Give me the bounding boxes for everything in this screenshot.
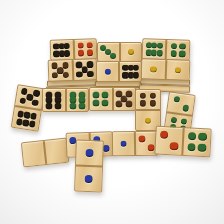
pip: [187, 143, 196, 152]
pip: [173, 96, 180, 103]
pip: [150, 66, 157, 73]
pip: [120, 140, 127, 147]
domino-tile-chain-left-vertical[interactable]: [11, 84, 46, 132]
domino-tile-stack2-top[interactable]: [97, 42, 142, 62]
pip: [170, 116, 177, 123]
pip: [55, 102, 62, 109]
pip: [156, 42, 163, 49]
pip: [28, 120, 36, 128]
domino-half-0-pips: [45, 139, 68, 164]
pip: [78, 102, 85, 109]
pip: [86, 42, 93, 49]
domino-half-1-pips: [142, 59, 167, 79]
pip: [46, 102, 53, 109]
domino-half-4-pips: [183, 128, 210, 156]
pip: [64, 43, 71, 50]
pip: [139, 135, 146, 142]
pip: [182, 105, 189, 112]
domino-tile-stack1-second[interactable]: [48, 58, 98, 82]
pip: [33, 90, 41, 98]
pip: [93, 100, 100, 107]
pip: [197, 143, 206, 152]
pip: [87, 71, 94, 78]
domino-half-6-pips: [43, 89, 67, 111]
pip: [78, 42, 85, 49]
pip: [78, 50, 85, 57]
pip: [147, 144, 154, 151]
domino-half-1-pips: [97, 62, 120, 81]
domino-half-5-pips: [114, 88, 136, 110]
pip: [133, 65, 139, 71]
domino-half-6-pips: [143, 39, 168, 59]
domino-tile-bottom-spinner[interactable]: [74, 140, 104, 193]
domino-half-0-pips: [22, 141, 47, 166]
domino-half-4-pips: [90, 88, 114, 110]
pip: [150, 100, 156, 106]
pip: [150, 93, 156, 99]
pip: [93, 91, 100, 98]
pip: [64, 50, 71, 57]
domino-half-3-pips: [98, 43, 121, 61]
pip: [160, 131, 169, 140]
domino-half-4-pips: [136, 90, 160, 111]
domino-half-6-pips: [67, 89, 89, 111]
pip: [76, 71, 83, 78]
pip: [170, 43, 177, 50]
domino-half-6-pips: [120, 62, 141, 81]
domino-half-4-pips: [74, 39, 96, 59]
pip: [104, 68, 110, 74]
pip: [86, 49, 93, 56]
pip: [52, 72, 59, 79]
pip: [62, 72, 69, 79]
pip: [140, 93, 146, 99]
pip: [102, 100, 109, 107]
domino-half-1-pips: [75, 167, 102, 192]
pip: [128, 49, 134, 55]
pip: [30, 112, 38, 120]
domino-tile-chain-h2[interactable]: [89, 87, 136, 111]
pip: [126, 101, 133, 108]
pip: [179, 43, 186, 50]
domino-half-6-pips: [51, 40, 75, 60]
pip: [31, 99, 39, 107]
domino-tile-bottom-blank[interactable]: [21, 138, 69, 168]
domino-half-4-pips: [167, 40, 190, 60]
pip: [140, 100, 146, 106]
domino-half-1-pips: [113, 132, 136, 155]
domino-half-6-pips: [12, 107, 41, 131]
domino-half-1-pips: [166, 60, 189, 80]
pip: [170, 50, 177, 57]
domino-half-2-pips: [155, 127, 184, 155]
domino-tile-bottom-1-2[interactable]: [112, 131, 158, 157]
pip: [133, 72, 139, 78]
pip: [85, 175, 93, 183]
pip: [19, 97, 27, 105]
domino-tile-bottom-2-4[interactable]: [154, 126, 211, 158]
pip: [69, 102, 76, 109]
pip: [179, 51, 186, 58]
pip: [145, 117, 151, 123]
domino-half-1-pips: [121, 43, 142, 61]
pip: [102, 91, 109, 98]
domino-half-5-pips: [49, 60, 74, 81]
pip: [126, 90, 133, 97]
pip: [156, 50, 163, 57]
domino-half-1-pips: [76, 141, 103, 168]
domino-half-5-pips: [73, 59, 96, 80]
dominoes-table: [0, 0, 224, 224]
domino-tile-chain-h1[interactable]: [42, 88, 89, 112]
pip: [85, 149, 93, 157]
pip: [180, 118, 187, 125]
pip: [188, 132, 197, 141]
pip: [198, 133, 207, 142]
pip: [170, 142, 179, 151]
domino-tile-stack2-second[interactable]: [96, 61, 142, 82]
domino-tile-stack3-second[interactable]: [141, 58, 191, 81]
pip: [110, 53, 116, 59]
pip: [174, 67, 181, 74]
